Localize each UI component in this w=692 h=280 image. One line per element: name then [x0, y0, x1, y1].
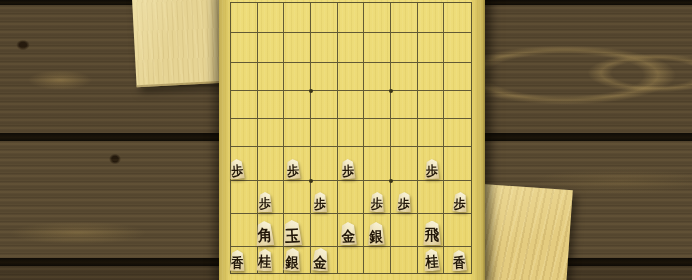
photo-scene: 歩歩歩歩歩歩歩歩歩角玉金銀飛香桂銀金桂香 — [0, 0, 692, 280]
piece-knight-89[interactable]: 桂 — [256, 249, 274, 271]
piece-kanji: 角 — [257, 227, 273, 246]
piece-kanji: 歩 — [231, 164, 244, 180]
piece-kanji: 金 — [313, 254, 328, 272]
piece-kanji: 歩 — [426, 164, 438, 180]
piece-kanji: 銀 — [370, 228, 384, 246]
piece-kanji: 桂 — [425, 254, 439, 272]
piece-pawn-26[interactable]: 歩 — [424, 159, 440, 179]
pieces-layer: 歩歩歩歩歩歩歩歩歩角玉金銀飛香桂銀金桂香 — [230, 2, 470, 272]
piece-face: 飛 — [422, 221, 442, 246]
piece-kanji: 歩 — [286, 164, 299, 180]
piece-pawn-87[interactable]: 歩 — [257, 192, 273, 212]
piece-face: 歩 — [368, 192, 385, 212]
piece-face: 銀 — [283, 248, 303, 272]
piece-silver-79[interactable]: 銀 — [283, 248, 302, 271]
piece-pawn-56[interactable]: 歩 — [340, 159, 356, 179]
piece-face: 香 — [229, 250, 246, 271]
piece-face: 歩 — [340, 159, 357, 179]
piece-kanji: 桂 — [258, 255, 272, 272]
piece-kanji: 歩 — [398, 197, 411, 213]
piece-face: 歩 — [396, 192, 413, 213]
piece-stand-left — [131, 0, 224, 87]
piece-face: 玉 — [282, 219, 304, 245]
piece-stand-right — [475, 184, 573, 280]
piece-face: 角 — [255, 220, 276, 246]
piece-kanji: 銀 — [285, 254, 299, 272]
piece-face: 金 — [310, 247, 330, 271]
piece-face: 金 — [338, 222, 357, 246]
piece-face: 歩 — [424, 159, 440, 179]
piece-face: 桂 — [423, 248, 442, 271]
piece-rook-28[interactable]: 飛 — [422, 221, 442, 246]
piece-pawn-17[interactable]: 歩 — [452, 192, 468, 212]
piece-kanji: 歩 — [342, 164, 354, 180]
piece-kanji: 歩 — [259, 197, 271, 213]
piece-king-78[interactable]: 玉 — [282, 220, 303, 246]
piece-face: 銀 — [367, 222, 386, 245]
piece-bishop-88[interactable]: 角 — [255, 221, 275, 246]
piece-pawn-96[interactable]: 歩 — [229, 159, 245, 179]
piece-lance-19[interactable]: 香 — [451, 250, 468, 271]
piece-knight-29[interactable]: 桂 — [423, 249, 441, 271]
piece-gold-69[interactable]: 金 — [311, 248, 330, 271]
piece-face: 香 — [451, 250, 468, 272]
piece-kanji: 香 — [453, 255, 466, 272]
piece-kanji: 金 — [341, 228, 355, 246]
piece-pawn-67[interactable]: 歩 — [312, 192, 328, 212]
piece-pawn-47[interactable]: 歩 — [369, 192, 385, 212]
piece-pawn-37[interactable]: 歩 — [396, 192, 412, 212]
piece-kanji: 歩 — [370, 197, 382, 213]
piece-face: 歩 — [284, 159, 301, 180]
piece-pawn-76[interactable]: 歩 — [285, 159, 301, 179]
piece-kanji: 歩 — [453, 197, 466, 213]
piece-face: 桂 — [256, 249, 274, 272]
piece-face: 歩 — [257, 192, 273, 212]
piece-kanji: 飛 — [425, 227, 440, 246]
piece-kanji: 歩 — [314, 197, 326, 213]
piece-face: 歩 — [312, 192, 328, 212]
piece-kanji: 香 — [231, 255, 244, 271]
piece-face: 歩 — [229, 159, 246, 180]
piece-silver-48[interactable]: 銀 — [367, 222, 386, 245]
piece-face: 歩 — [451, 192, 468, 213]
piece-gold-58[interactable]: 金 — [339, 222, 358, 245]
piece-lance-99[interactable]: 香 — [229, 250, 246, 271]
shogi-board: 歩歩歩歩歩歩歩歩歩角玉金銀飛香桂銀金桂香 — [219, 0, 485, 280]
piece-kanji: 玉 — [285, 226, 301, 246]
